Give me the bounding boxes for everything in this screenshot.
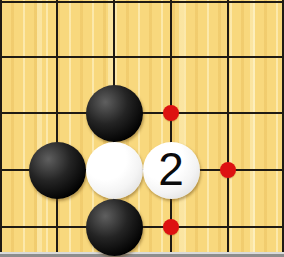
black-stone: [86, 199, 143, 256]
board-front-edge: [0, 252, 284, 257]
grid-vline-0: [0, 0, 2, 252]
white-stone: [86, 142, 143, 199]
black-stone: [29, 142, 86, 199]
white-stone-move-2: 2: [143, 142, 200, 199]
grid-vline-1: [56, 0, 58, 252]
grid-hline-0: [0, 1, 284, 3]
move-number-label: 2: [158, 146, 184, 195]
red-dot-marker[interactable]: [163, 219, 179, 235]
board-wood-background: [0, 0, 284, 257]
red-dot-marker[interactable]: [163, 105, 179, 121]
go-board[interactable]: 2: [0, 0, 284, 257]
grid-vline-3: [170, 0, 172, 252]
grid-hline-1: [0, 56, 284, 58]
grid-vline-4: [227, 0, 229, 252]
red-dot-marker[interactable]: [220, 162, 236, 178]
grid-vline-5: [282, 0, 284, 252]
black-stone: [86, 85, 143, 142]
